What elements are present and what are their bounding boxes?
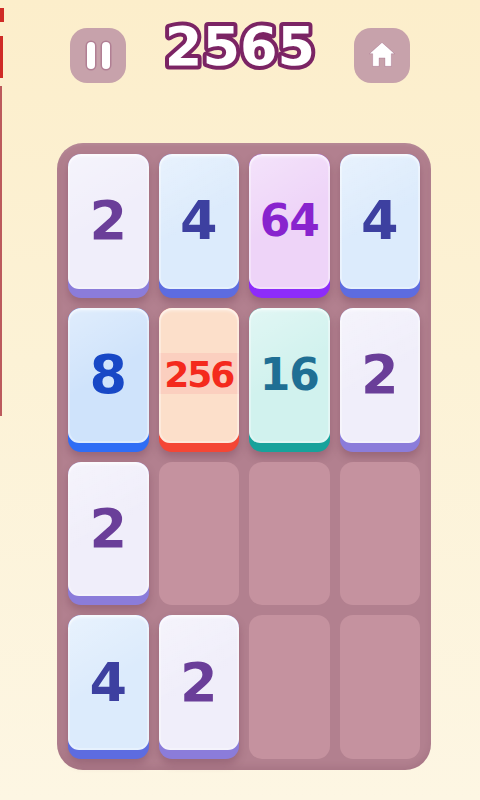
score-value: 2565 <box>165 15 315 78</box>
empty-cell <box>340 615 421 759</box>
screenshot-edge-artifact <box>0 8 4 22</box>
empty-cell <box>159 462 240 606</box>
tile-face: 16 <box>249 308 330 443</box>
empty-cell <box>249 615 330 759</box>
empty-cell <box>249 462 330 606</box>
tile-256: 256 <box>159 308 240 452</box>
tile-value: 8 <box>89 348 127 402</box>
game-board[interactable]: 246448256162242 <box>57 143 431 770</box>
tile-grid: 246448256162242 <box>68 154 420 759</box>
tile-face: 8 <box>68 308 149 443</box>
score-display: 2565 <box>130 14 350 84</box>
tile-value: 4 <box>180 194 218 248</box>
tile-face: 4 <box>68 615 149 750</box>
pause-button[interactable] <box>70 28 126 83</box>
tile-2: 2 <box>159 615 240 759</box>
tile-face: 4 <box>340 154 421 289</box>
tile-value: 2 <box>89 194 127 248</box>
tile-value: 4 <box>89 656 127 710</box>
tile-2: 2 <box>340 308 421 452</box>
tile-value: 256 <box>164 357 233 393</box>
tile-2: 2 <box>68 462 149 606</box>
tile-value: 2 <box>361 348 399 402</box>
tile-face: 4 <box>159 154 240 289</box>
tile-8: 8 <box>68 308 149 452</box>
tile-face: 2 <box>68 462 149 597</box>
home-button[interactable] <box>354 28 410 83</box>
home-icon <box>366 39 398 71</box>
empty-cell <box>340 462 421 606</box>
tile-face: 256 <box>159 308 240 443</box>
tile-2: 2 <box>68 154 149 298</box>
tile-value: 64 <box>260 199 319 243</box>
pause-icon <box>87 42 95 69</box>
tile-4: 4 <box>340 154 421 298</box>
tile-face: 2 <box>68 154 149 289</box>
tile-face: 2 <box>159 615 240 750</box>
tile-value: 4 <box>361 194 399 248</box>
tile-16: 16 <box>249 308 330 452</box>
tile-face: 2 <box>340 308 421 443</box>
tile-value: 2 <box>180 656 218 710</box>
screenshot-edge-artifact <box>0 86 2 416</box>
tile-4: 4 <box>68 615 149 759</box>
tile-value: 16 <box>260 353 319 397</box>
tile-64: 64 <box>249 154 330 298</box>
pause-icon <box>102 42 110 69</box>
tile-4: 4 <box>159 154 240 298</box>
tile-value: 2 <box>89 502 127 556</box>
tile-face: 64 <box>249 154 330 289</box>
screenshot-edge-artifact <box>0 36 3 78</box>
